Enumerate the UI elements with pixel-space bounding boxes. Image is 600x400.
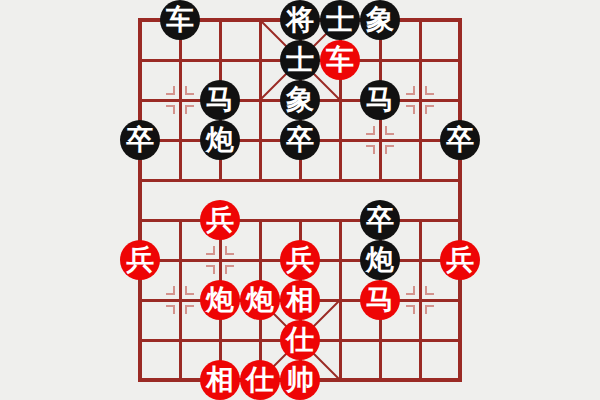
- point-marker: [425, 105, 434, 114]
- point-marker: [206, 265, 215, 274]
- piece-red-elephant[interactable]: 相: [200, 360, 240, 400]
- piece-red-pawn[interactable]: 兵: [280, 240, 320, 280]
- piece-black-cannon[interactable]: 炮: [200, 120, 240, 160]
- point-marker: [425, 305, 434, 314]
- piece-black-general[interactable]: 将: [280, 0, 320, 40]
- piece-red-general[interactable]: 帅: [280, 360, 320, 400]
- piece-red-advisor[interactable]: 仕: [280, 320, 320, 360]
- piece-black-pawn[interactable]: 卒: [120, 120, 160, 160]
- piece-red-cannon[interactable]: 炮: [240, 280, 280, 320]
- piece-black-pawn[interactable]: 卒: [440, 120, 480, 160]
- point-marker: [185, 286, 194, 295]
- piece-black-chariot[interactable]: 车: [160, 0, 200, 40]
- point-marker: [425, 286, 434, 295]
- point-marker: [406, 86, 415, 95]
- grid-line-vertical: [339, 220, 342, 380]
- point-marker: [166, 86, 175, 95]
- point-marker: [425, 86, 434, 95]
- point-marker: [385, 126, 394, 135]
- piece-red-advisor[interactable]: 仕: [240, 360, 280, 400]
- piece-red-elephant[interactable]: 相: [280, 280, 320, 320]
- point-marker: [406, 286, 415, 295]
- grid-line-vertical: [419, 220, 422, 380]
- piece-red-chariot[interactable]: 车: [320, 40, 360, 80]
- piece-red-pawn[interactable]: 兵: [440, 240, 480, 280]
- point-marker: [385, 145, 394, 154]
- piece-black-elephant[interactable]: 象: [280, 80, 320, 120]
- point-marker: [225, 265, 234, 274]
- piece-black-horse[interactable]: 马: [360, 80, 400, 120]
- grid-line-vertical: [419, 20, 422, 180]
- piece-black-pawn[interactable]: 卒: [280, 120, 320, 160]
- piece-black-pawn[interactable]: 卒: [360, 200, 400, 240]
- grid-line-vertical: [259, 20, 262, 180]
- point-marker: [166, 105, 175, 114]
- piece-red-cannon[interactable]: 炮: [200, 280, 240, 320]
- piece-black-horse[interactable]: 马: [200, 80, 240, 120]
- point-marker: [225, 246, 234, 255]
- point-marker: [166, 305, 175, 314]
- piece-black-cannon[interactable]: 炮: [360, 240, 400, 280]
- piece-red-pawn[interactable]: 兵: [200, 200, 240, 240]
- point-marker: [406, 105, 415, 114]
- piece-red-horse[interactable]: 马: [360, 280, 400, 320]
- xiangqi-board: 车将士象士车马象马卒炮卒卒兵卒兵兵炮兵炮炮相马仕相仕帅: [0, 0, 600, 400]
- grid-line-vertical: [179, 220, 182, 380]
- point-marker: [185, 86, 194, 95]
- point-marker: [206, 246, 215, 255]
- point-marker: [166, 286, 175, 295]
- grid-line-vertical: [179, 20, 182, 180]
- piece-red-pawn[interactable]: 兵: [120, 240, 160, 280]
- piece-black-advisor[interactable]: 士: [320, 0, 360, 40]
- point-marker: [366, 145, 375, 154]
- point-marker: [185, 305, 194, 314]
- piece-black-advisor[interactable]: 士: [280, 40, 320, 80]
- piece-black-elephant[interactable]: 象: [360, 0, 400, 40]
- point-marker: [366, 126, 375, 135]
- point-marker: [406, 305, 415, 314]
- point-marker: [185, 105, 194, 114]
